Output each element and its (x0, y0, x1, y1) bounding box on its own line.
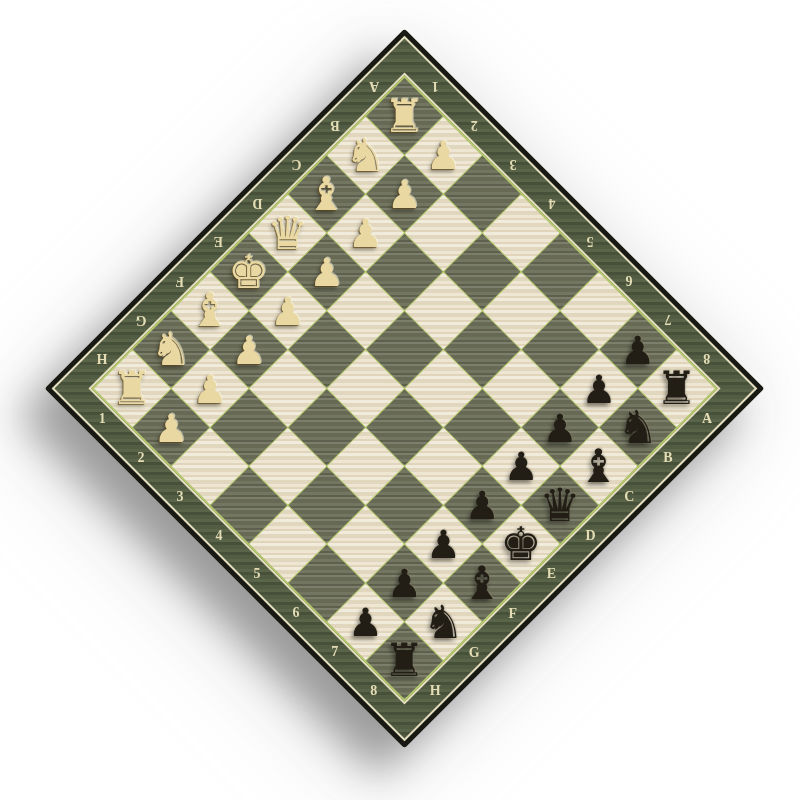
white-rook-a1[interactable]: ♜ (384, 93, 425, 139)
white-king-e1[interactable]: ♚ (228, 249, 269, 295)
white-pawn-g2[interactable]: ♟ (193, 369, 228, 408)
black-pawn-d7[interactable]: ♟ (504, 447, 539, 486)
white-bishop-c1[interactable]: ♝ (306, 171, 347, 217)
coord-label-5: 5 (254, 566, 261, 582)
black-pawn-a7[interactable]: ♟ (620, 330, 655, 369)
black-king-e8[interactable]: ♚ (501, 521, 542, 567)
board-shadow: ♜♟♟♜♞♟♟♞♝♟♟♝♛♟♟♛♚♟♟♚♝♟♟♝♞♟♟♞♜♟♟♜ 1234567… (150, 134, 659, 643)
coord-label-G: G (136, 311, 147, 327)
white-bishop-f1[interactable]: ♝ (189, 288, 230, 334)
black-pawn-g7[interactable]: ♟ (387, 563, 422, 602)
coord-label-H: H (430, 683, 441, 699)
coord-label-A: A (702, 411, 712, 427)
frame-inner-line: ♜♟♟♜♞♟♟♞♝♟♟♝♛♟♟♛♚♟♟♚♝♟♟♝♞♟♟♞♜♟♟♜ (88, 72, 720, 704)
coord-label-E: E (214, 233, 223, 249)
coord-label-3: 3 (509, 156, 516, 172)
coord-label-B: B (330, 117, 339, 133)
black-pawn-e7[interactable]: ♟ (465, 486, 500, 525)
coord-label-4: 4 (215, 528, 222, 544)
white-pawn-f2[interactable]: ♟ (231, 330, 266, 369)
black-knight-b8[interactable]: ♞ (617, 404, 658, 450)
coord-label-1: 1 (432, 78, 439, 94)
coord-label-G: G (469, 644, 480, 660)
white-knight-b1[interactable]: ♞ (345, 132, 386, 178)
white-pawn-c2[interactable]: ♟ (348, 213, 383, 252)
white-rook-h1[interactable]: ♜ (112, 366, 153, 412)
coord-label-F: F (509, 605, 518, 621)
coord-label-F: F (175, 272, 184, 288)
coord-label-B: B (663, 450, 672, 466)
coord-label-8: 8 (370, 683, 377, 699)
chessboard: ♜♟♟♜♞♟♟♞♝♟♟♝♛♟♟♛♚♟♟♚♝♟♟♝♞♟♟♞♜♟♟♜ 1234567… (45, 29, 765, 749)
coord-label-D: D (585, 528, 595, 544)
frame-accent-line: ♜♟♟♜♞♟♟♞♝♟♟♝♛♟♟♛♚♟♟♚♝♟♟♝♞♟♟♞♜♟♟♜ (91, 75, 717, 701)
white-queen-d1[interactable]: ♛ (267, 210, 308, 256)
coord-label-H: H (97, 350, 108, 366)
black-queen-d8[interactable]: ♛ (539, 482, 580, 528)
black-rook-h8[interactable]: ♜ (384, 638, 425, 684)
black-pawn-f7[interactable]: ♟ (426, 525, 461, 564)
coord-label-7: 7 (331, 644, 338, 660)
coord-label-A: A (369, 78, 379, 94)
coord-label-2: 2 (137, 450, 144, 466)
coord-label-C: C (291, 156, 301, 172)
white-pawn-d2[interactable]: ♟ (309, 252, 344, 291)
playing-area: ♜♟♟♜♞♟♟♞♝♟♟♝♛♟♟♛♚♟♟♚♝♟♟♝♞♟♟♞♜♟♟♜ (94, 78, 715, 699)
black-pawn-c7[interactable]: ♟ (543, 408, 578, 447)
white-pawn-b2[interactable]: ♟ (387, 175, 422, 214)
coord-label-C: C (624, 489, 634, 505)
white-pawn-h2[interactable]: ♟ (154, 408, 189, 447)
coord-label-7: 7 (665, 311, 672, 327)
coordinate-band: ♜♟♟♜♞♟♟♞♝♟♟♝♛♟♟♛♚♟♟♚♝♟♟♝♞♟♟♞♜♟♟♜ 1234567… (54, 38, 754, 738)
coord-label-3: 3 (176, 489, 183, 505)
black-pawn-b7[interactable]: ♟ (581, 369, 616, 408)
black-pawn-h7[interactable]: ♟ (348, 602, 383, 641)
black-bishop-f8[interactable]: ♝ (462, 560, 503, 606)
coord-label-8: 8 (703, 350, 710, 366)
black-bishop-c8[interactable]: ♝ (578, 443, 619, 489)
white-pawn-e2[interactable]: ♟ (270, 291, 305, 330)
coord-label-1: 1 (99, 411, 106, 427)
white-knight-g1[interactable]: ♞ (151, 327, 192, 373)
coord-label-D: D (252, 195, 262, 211)
coord-label-2: 2 (471, 117, 478, 133)
photo-canvas: ♜♟♟♜♞♟♟♞♝♟♟♝♛♟♟♛♚♟♟♚♝♟♟♝♞♟♟♞♜♟♟♜ 1234567… (0, 0, 800, 800)
board-frame: ♜♟♟♜♞♟♟♞♝♟♟♝♛♟♟♛♚♟♟♚♝♟♟♝♞♟♟♞♜♟♟♜ 1234567… (52, 36, 758, 742)
white-pawn-a2[interactable]: ♟ (426, 136, 461, 175)
black-knight-g8[interactable]: ♞ (423, 599, 464, 645)
coord-label-E: E (547, 566, 556, 582)
coord-label-6: 6 (626, 272, 633, 288)
black-rook-a8[interactable]: ♜ (656, 366, 697, 412)
coord-label-5: 5 (587, 233, 594, 249)
coord-label-6: 6 (293, 605, 300, 621)
coord-label-4: 4 (548, 195, 555, 211)
